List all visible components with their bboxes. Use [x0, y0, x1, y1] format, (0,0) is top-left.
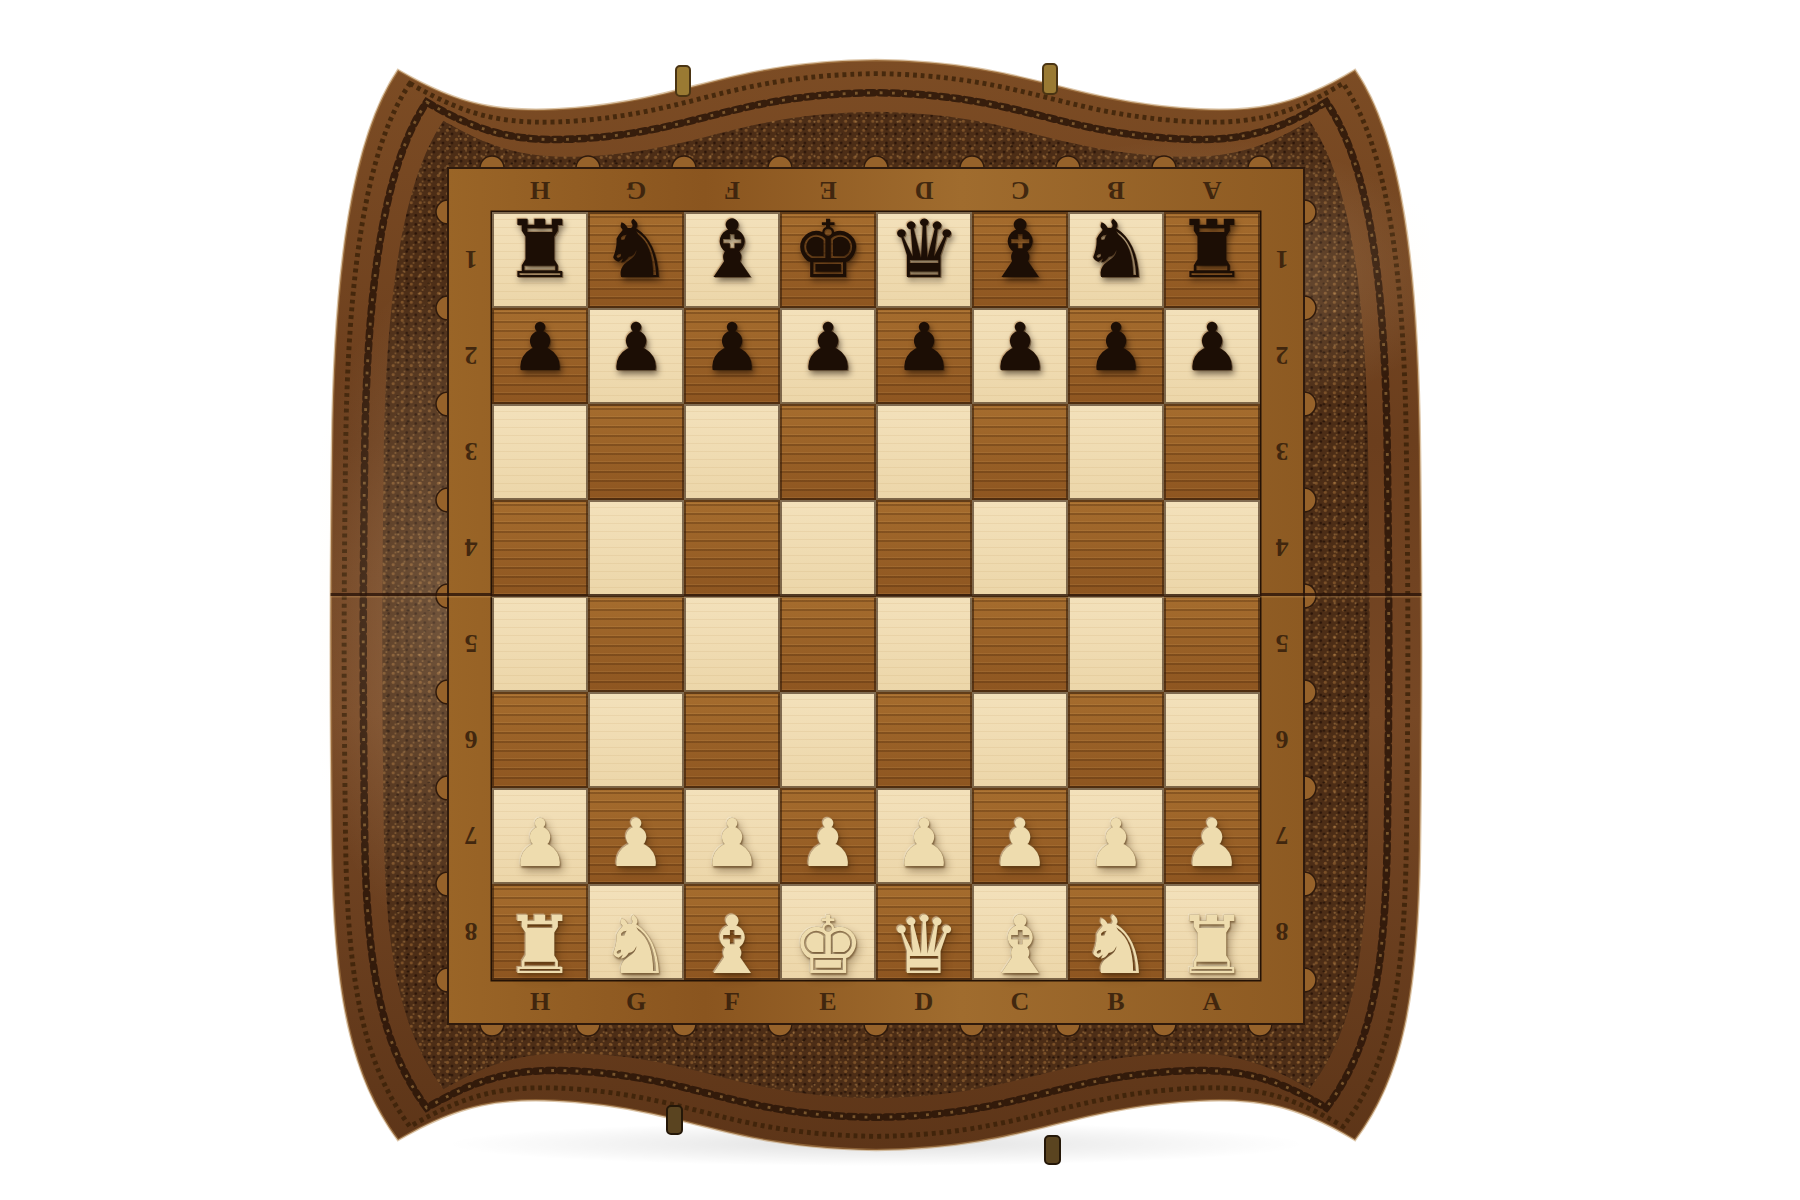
square-c1[interactable]: ♝ — [972, 212, 1068, 308]
square-f8[interactable]: ♝ — [684, 884, 780, 980]
light-rook-a8[interactable]: ♜ — [1176, 898, 1248, 994]
dark-bishop-f1[interactable]: ♝ — [696, 202, 768, 298]
square-e2[interactable]: ♟ — [780, 308, 876, 404]
square-h6[interactable] — [492, 692, 588, 788]
square-f7[interactable]: ♟ — [684, 788, 780, 884]
square-a2[interactable]: ♟ — [1164, 308, 1260, 404]
coordinate-label-4: 4 — [1276, 533, 1289, 562]
square-c3[interactable] — [972, 404, 1068, 500]
dark-bishop-c1[interactable]: ♝ — [984, 202, 1056, 298]
light-rook-h8[interactable]: ♜ — [504, 898, 576, 994]
coordinate-label-1: 1 — [1276, 245, 1289, 274]
square-b1[interactable]: ♞ — [1068, 212, 1164, 308]
light-knight-b8[interactable]: ♞ — [1080, 898, 1152, 994]
dark-pawn-c2[interactable]: ♟ — [990, 300, 1049, 396]
square-g3[interactable] — [588, 404, 684, 500]
square-b7[interactable]: ♟ — [1068, 788, 1164, 884]
square-g5[interactable] — [588, 596, 684, 692]
coordinate-label-7: 7 — [465, 821, 478, 850]
square-f5[interactable] — [684, 596, 780, 692]
dark-rook-a1[interactable]: ♜ — [1176, 202, 1248, 298]
square-b2[interactable]: ♟ — [1068, 308, 1164, 404]
dark-pawn-e2[interactable]: ♟ — [798, 300, 857, 396]
square-g1[interactable]: ♞ — [588, 212, 684, 308]
square-c8[interactable]: ♝ — [972, 884, 1068, 980]
square-h1[interactable]: ♜ — [492, 212, 588, 308]
square-h4[interactable] — [492, 500, 588, 596]
coordinate-label-8: 8 — [465, 917, 478, 946]
coordinate-label-B: B — [1107, 176, 1124, 205]
square-g6[interactable] — [588, 692, 684, 788]
dark-knight-b1[interactable]: ♞ — [1080, 202, 1152, 298]
square-e7[interactable]: ♟ — [780, 788, 876, 884]
light-pawn-c7[interactable]: ♟ — [990, 796, 1049, 892]
square-g7[interactable]: ♟ — [588, 788, 684, 884]
square-b4[interactable] — [1068, 500, 1164, 596]
coordinate-label-3: 3 — [465, 437, 478, 466]
square-g4[interactable] — [588, 500, 684, 596]
dark-pawn-a2[interactable]: ♟ — [1182, 300, 1241, 396]
square-b6[interactable] — [1068, 692, 1164, 788]
square-a7[interactable]: ♟ — [1164, 788, 1260, 884]
coordinate-label-4: 4 — [465, 533, 478, 562]
square-a8[interactable]: ♜ — [1164, 884, 1260, 980]
square-h3[interactable] — [492, 404, 588, 500]
coordinate-label-6: 6 — [1276, 725, 1289, 754]
dark-queen-d1[interactable]: ♛ — [888, 202, 960, 298]
square-f6[interactable] — [684, 692, 780, 788]
square-e6[interactable] — [780, 692, 876, 788]
coordinate-label-D: D — [915, 176, 934, 205]
coordinate-label-8: 8 — [1276, 917, 1289, 946]
square-e1[interactable]: ♚ — [780, 212, 876, 308]
coordinate-label-5: 5 — [465, 629, 478, 658]
square-e8[interactable]: ♚ — [780, 884, 876, 980]
square-a3[interactable] — [1164, 404, 1260, 500]
square-d4[interactable] — [876, 500, 972, 596]
square-e4[interactable] — [780, 500, 876, 596]
square-f1[interactable]: ♝ — [684, 212, 780, 308]
light-king-e8[interactable]: ♚ — [792, 898, 864, 994]
coordinate-label-1: 1 — [465, 245, 478, 274]
coordinate-label-2: 2 — [465, 341, 478, 370]
light-pawn-h7[interactable]: ♟ — [510, 796, 569, 892]
coordinate-label-H: H — [530, 176, 550, 205]
square-e3[interactable] — [780, 404, 876, 500]
square-d1[interactable]: ♛ — [876, 212, 972, 308]
light-queen-d8[interactable]: ♛ — [888, 898, 960, 994]
coordinate-label-7: 7 — [1276, 821, 1289, 850]
dark-knight-g1[interactable]: ♞ — [600, 202, 672, 298]
square-a5[interactable] — [1164, 596, 1260, 692]
light-bishop-f8[interactable]: ♝ — [696, 898, 768, 994]
square-a1[interactable]: ♜ — [1164, 212, 1260, 308]
light-pawn-d7[interactable]: ♟ — [894, 796, 953, 892]
dark-pawn-d2[interactable]: ♟ — [894, 300, 953, 396]
square-g2[interactable]: ♟ — [588, 308, 684, 404]
square-h7[interactable]: ♟ — [492, 788, 588, 884]
square-b8[interactable]: ♞ — [1068, 884, 1164, 980]
coordinate-label-E: E — [819, 176, 836, 205]
dark-pawn-h2[interactable]: ♟ — [510, 300, 569, 396]
dark-pawn-g2[interactable]: ♟ — [606, 300, 665, 396]
square-d2[interactable]: ♟ — [876, 308, 972, 404]
square-d5[interactable] — [876, 596, 972, 692]
square-h8[interactable]: ♜ — [492, 884, 588, 980]
light-pawn-b7[interactable]: ♟ — [1086, 796, 1145, 892]
dark-pawn-f2[interactable]: ♟ — [702, 300, 761, 396]
dark-pawn-b2[interactable]: ♟ — [1086, 300, 1145, 396]
coordinate-label-5: 5 — [1276, 629, 1289, 658]
square-d3[interactable] — [876, 404, 972, 500]
coordinate-label-F: F — [724, 176, 740, 205]
square-h5[interactable] — [492, 596, 588, 692]
square-d7[interactable]: ♟ — [876, 788, 972, 884]
coordinate-label-6: 6 — [465, 725, 478, 754]
square-c5[interactable] — [972, 596, 1068, 692]
square-c6[interactable] — [972, 692, 1068, 788]
square-d6[interactable] — [876, 692, 972, 788]
light-bishop-c8[interactable]: ♝ — [984, 898, 1056, 994]
coordinate-label-A: A — [1202, 176, 1221, 205]
square-d8[interactable]: ♛ — [876, 884, 972, 980]
square-f2[interactable]: ♟ — [684, 308, 780, 404]
square-c2[interactable]: ♟ — [972, 308, 1068, 404]
light-pawn-e7[interactable]: ♟ — [798, 796, 857, 892]
square-b5[interactable] — [1068, 596, 1164, 692]
square-h2[interactable]: ♟ — [492, 308, 588, 404]
coordinate-label-C: C — [1011, 176, 1030, 205]
coordinate-label-2: 2 — [1276, 341, 1289, 370]
fold-seam-board — [492, 594, 1260, 597]
dark-king-e1[interactable]: ♚ — [792, 202, 864, 298]
square-c7[interactable]: ♟ — [972, 788, 1068, 884]
light-pawn-a7[interactable]: ♟ — [1182, 796, 1241, 892]
square-e5[interactable] — [780, 596, 876, 692]
light-pawn-g7[interactable]: ♟ — [606, 796, 665, 892]
light-knight-g8[interactable]: ♞ — [600, 898, 672, 994]
light-pawn-f7[interactable]: ♟ — [702, 796, 761, 892]
square-a6[interactable] — [1164, 692, 1260, 788]
product-photo-canvas: HGFEDCBA HGFEDCBA 12345678 12345678 ♜♞♝♚… — [0, 0, 1800, 1200]
square-a4[interactable] — [1164, 500, 1260, 596]
coordinate-label-G: G — [626, 176, 646, 205]
square-g8[interactable]: ♞ — [588, 884, 684, 980]
square-c4[interactable] — [972, 500, 1068, 596]
square-f4[interactable] — [684, 500, 780, 596]
square-b3[interactable] — [1068, 404, 1164, 500]
square-f3[interactable] — [684, 404, 780, 500]
coordinate-label-3: 3 — [1276, 437, 1289, 466]
dark-rook-h1[interactable]: ♜ — [504, 202, 576, 298]
